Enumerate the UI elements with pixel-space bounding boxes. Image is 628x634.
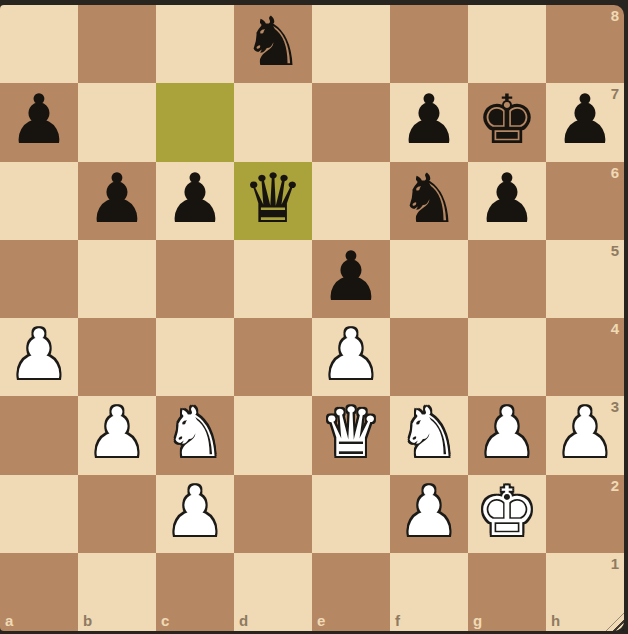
square-f7[interactable]: ♟ <box>390 83 468 161</box>
black-king[interactable]: ♚ <box>477 86 538 154</box>
square-f1[interactable]: f <box>390 553 468 631</box>
square-e3[interactable]: ♛ <box>312 396 390 474</box>
square-d3[interactable] <box>234 396 312 474</box>
square-d7[interactable] <box>234 83 312 161</box>
white-knight[interactable]: ♞ <box>165 399 226 467</box>
square-f3[interactable]: ♞ <box>390 396 468 474</box>
black-queen[interactable]: ♛ <box>243 165 304 233</box>
black-pawn[interactable]: ♟ <box>165 165 226 233</box>
square-f5[interactable] <box>390 240 468 318</box>
square-h4[interactable]: 4 <box>546 318 624 396</box>
square-e2[interactable] <box>312 475 390 553</box>
square-d4[interactable] <box>234 318 312 396</box>
file-label-c: c <box>161 613 169 628</box>
square-e6[interactable] <box>312 162 390 240</box>
white-king[interactable]: ♚ <box>477 478 538 546</box>
square-a5[interactable] <box>0 240 78 318</box>
square-e4[interactable]: ♟ <box>312 318 390 396</box>
square-e5[interactable]: ♟ <box>312 240 390 318</box>
black-pawn[interactable]: ♟ <box>555 86 616 154</box>
white-pawn[interactable]: ♟ <box>87 399 148 467</box>
square-c2[interactable]: ♟ <box>156 475 234 553</box>
square-g2[interactable]: ♚ <box>468 475 546 553</box>
white-pawn[interactable]: ♟ <box>9 321 70 389</box>
rank-label-7: 7 <box>611 86 619 101</box>
file-label-d: d <box>239 613 248 628</box>
square-d5[interactable] <box>234 240 312 318</box>
white-pawn[interactable]: ♟ <box>555 399 616 467</box>
square-b7[interactable] <box>78 83 156 161</box>
board-background: ♞8♟♟♚♟7♟♟♛♞♟6♟5♟♟4♟♞♛♞♟♟3♟♟♚2abcdefgh1 <box>0 0 628 634</box>
file-label-b: b <box>83 613 92 628</box>
chess-board: ♞8♟♟♚♟7♟♟♛♞♟6♟5♟♟4♟♞♛♞♟♟3♟♟♚2abcdefgh1 <box>0 5 624 631</box>
square-a3[interactable] <box>0 396 78 474</box>
square-e1[interactable]: e <box>312 553 390 631</box>
rank-label-8: 8 <box>611 8 619 23</box>
square-e7[interactable] <box>312 83 390 161</box>
square-b4[interactable] <box>78 318 156 396</box>
white-queen[interactable]: ♛ <box>321 399 382 467</box>
rank-label-2: 2 <box>611 478 619 493</box>
square-b5[interactable] <box>78 240 156 318</box>
file-label-e: e <box>317 613 325 628</box>
black-knight[interactable]: ♞ <box>243 8 304 76</box>
square-d2[interactable] <box>234 475 312 553</box>
square-a6[interactable] <box>0 162 78 240</box>
square-g5[interactable] <box>468 240 546 318</box>
square-b6[interactable]: ♟ <box>78 162 156 240</box>
square-g3[interactable]: ♟ <box>468 396 546 474</box>
square-a2[interactable] <box>0 475 78 553</box>
square-f6[interactable]: ♞ <box>390 162 468 240</box>
square-b2[interactable] <box>78 475 156 553</box>
square-b8[interactable] <box>78 5 156 83</box>
square-d6[interactable]: ♛ <box>234 162 312 240</box>
square-h2[interactable]: 2 <box>546 475 624 553</box>
white-pawn[interactable]: ♟ <box>321 321 382 389</box>
square-h1[interactable]: h1 <box>546 553 624 631</box>
square-c5[interactable] <box>156 240 234 318</box>
square-g6[interactable]: ♟ <box>468 162 546 240</box>
square-c4[interactable] <box>156 318 234 396</box>
square-f2[interactable]: ♟ <box>390 475 468 553</box>
rank-label-5: 5 <box>611 243 619 258</box>
square-f8[interactable] <box>390 5 468 83</box>
square-b1[interactable]: b <box>78 553 156 631</box>
square-b3[interactable]: ♟ <box>78 396 156 474</box>
square-f4[interactable] <box>390 318 468 396</box>
square-d1[interactable]: d <box>234 553 312 631</box>
square-g4[interactable] <box>468 318 546 396</box>
file-label-g: g <box>473 613 482 628</box>
file-label-h: h <box>551 613 560 628</box>
square-a7[interactable]: ♟ <box>0 83 78 161</box>
black-pawn[interactable]: ♟ <box>321 243 382 311</box>
square-d8[interactable]: ♞ <box>234 5 312 83</box>
square-c6[interactable]: ♟ <box>156 162 234 240</box>
black-pawn[interactable]: ♟ <box>399 86 460 154</box>
square-g8[interactable] <box>468 5 546 83</box>
white-knight[interactable]: ♞ <box>399 399 460 467</box>
square-h6[interactable]: 6 <box>546 162 624 240</box>
square-h8[interactable]: 8 <box>546 5 624 83</box>
rank-label-3: 3 <box>611 399 619 414</box>
file-label-f: f <box>395 613 400 628</box>
file-label-a: a <box>5 613 13 628</box>
black-knight[interactable]: ♞ <box>399 165 460 233</box>
square-c8[interactable] <box>156 5 234 83</box>
square-c1[interactable]: c <box>156 553 234 631</box>
square-c3[interactable]: ♞ <box>156 396 234 474</box>
black-pawn[interactable]: ♟ <box>9 86 70 154</box>
rank-label-4: 4 <box>611 321 619 336</box>
black-pawn[interactable]: ♟ <box>87 165 148 233</box>
rank-label-1: 1 <box>611 556 619 571</box>
black-pawn[interactable]: ♟ <box>477 165 538 233</box>
white-pawn[interactable]: ♟ <box>477 399 538 467</box>
square-h7[interactable]: ♟7 <box>546 83 624 161</box>
square-g7[interactable]: ♚ <box>468 83 546 161</box>
rank-label-6: 6 <box>611 165 619 180</box>
square-g1[interactable]: g <box>468 553 546 631</box>
square-e8[interactable] <box>312 5 390 83</box>
white-pawn[interactable]: ♟ <box>399 478 460 546</box>
square-a1[interactable]: a <box>0 553 78 631</box>
white-pawn[interactable]: ♟ <box>165 478 226 546</box>
square-a4[interactable]: ♟ <box>0 318 78 396</box>
square-h3[interactable]: ♟3 <box>546 396 624 474</box>
square-h5[interactable]: 5 <box>546 240 624 318</box>
square-c7[interactable] <box>156 83 234 161</box>
square-a8[interactable] <box>0 5 78 83</box>
